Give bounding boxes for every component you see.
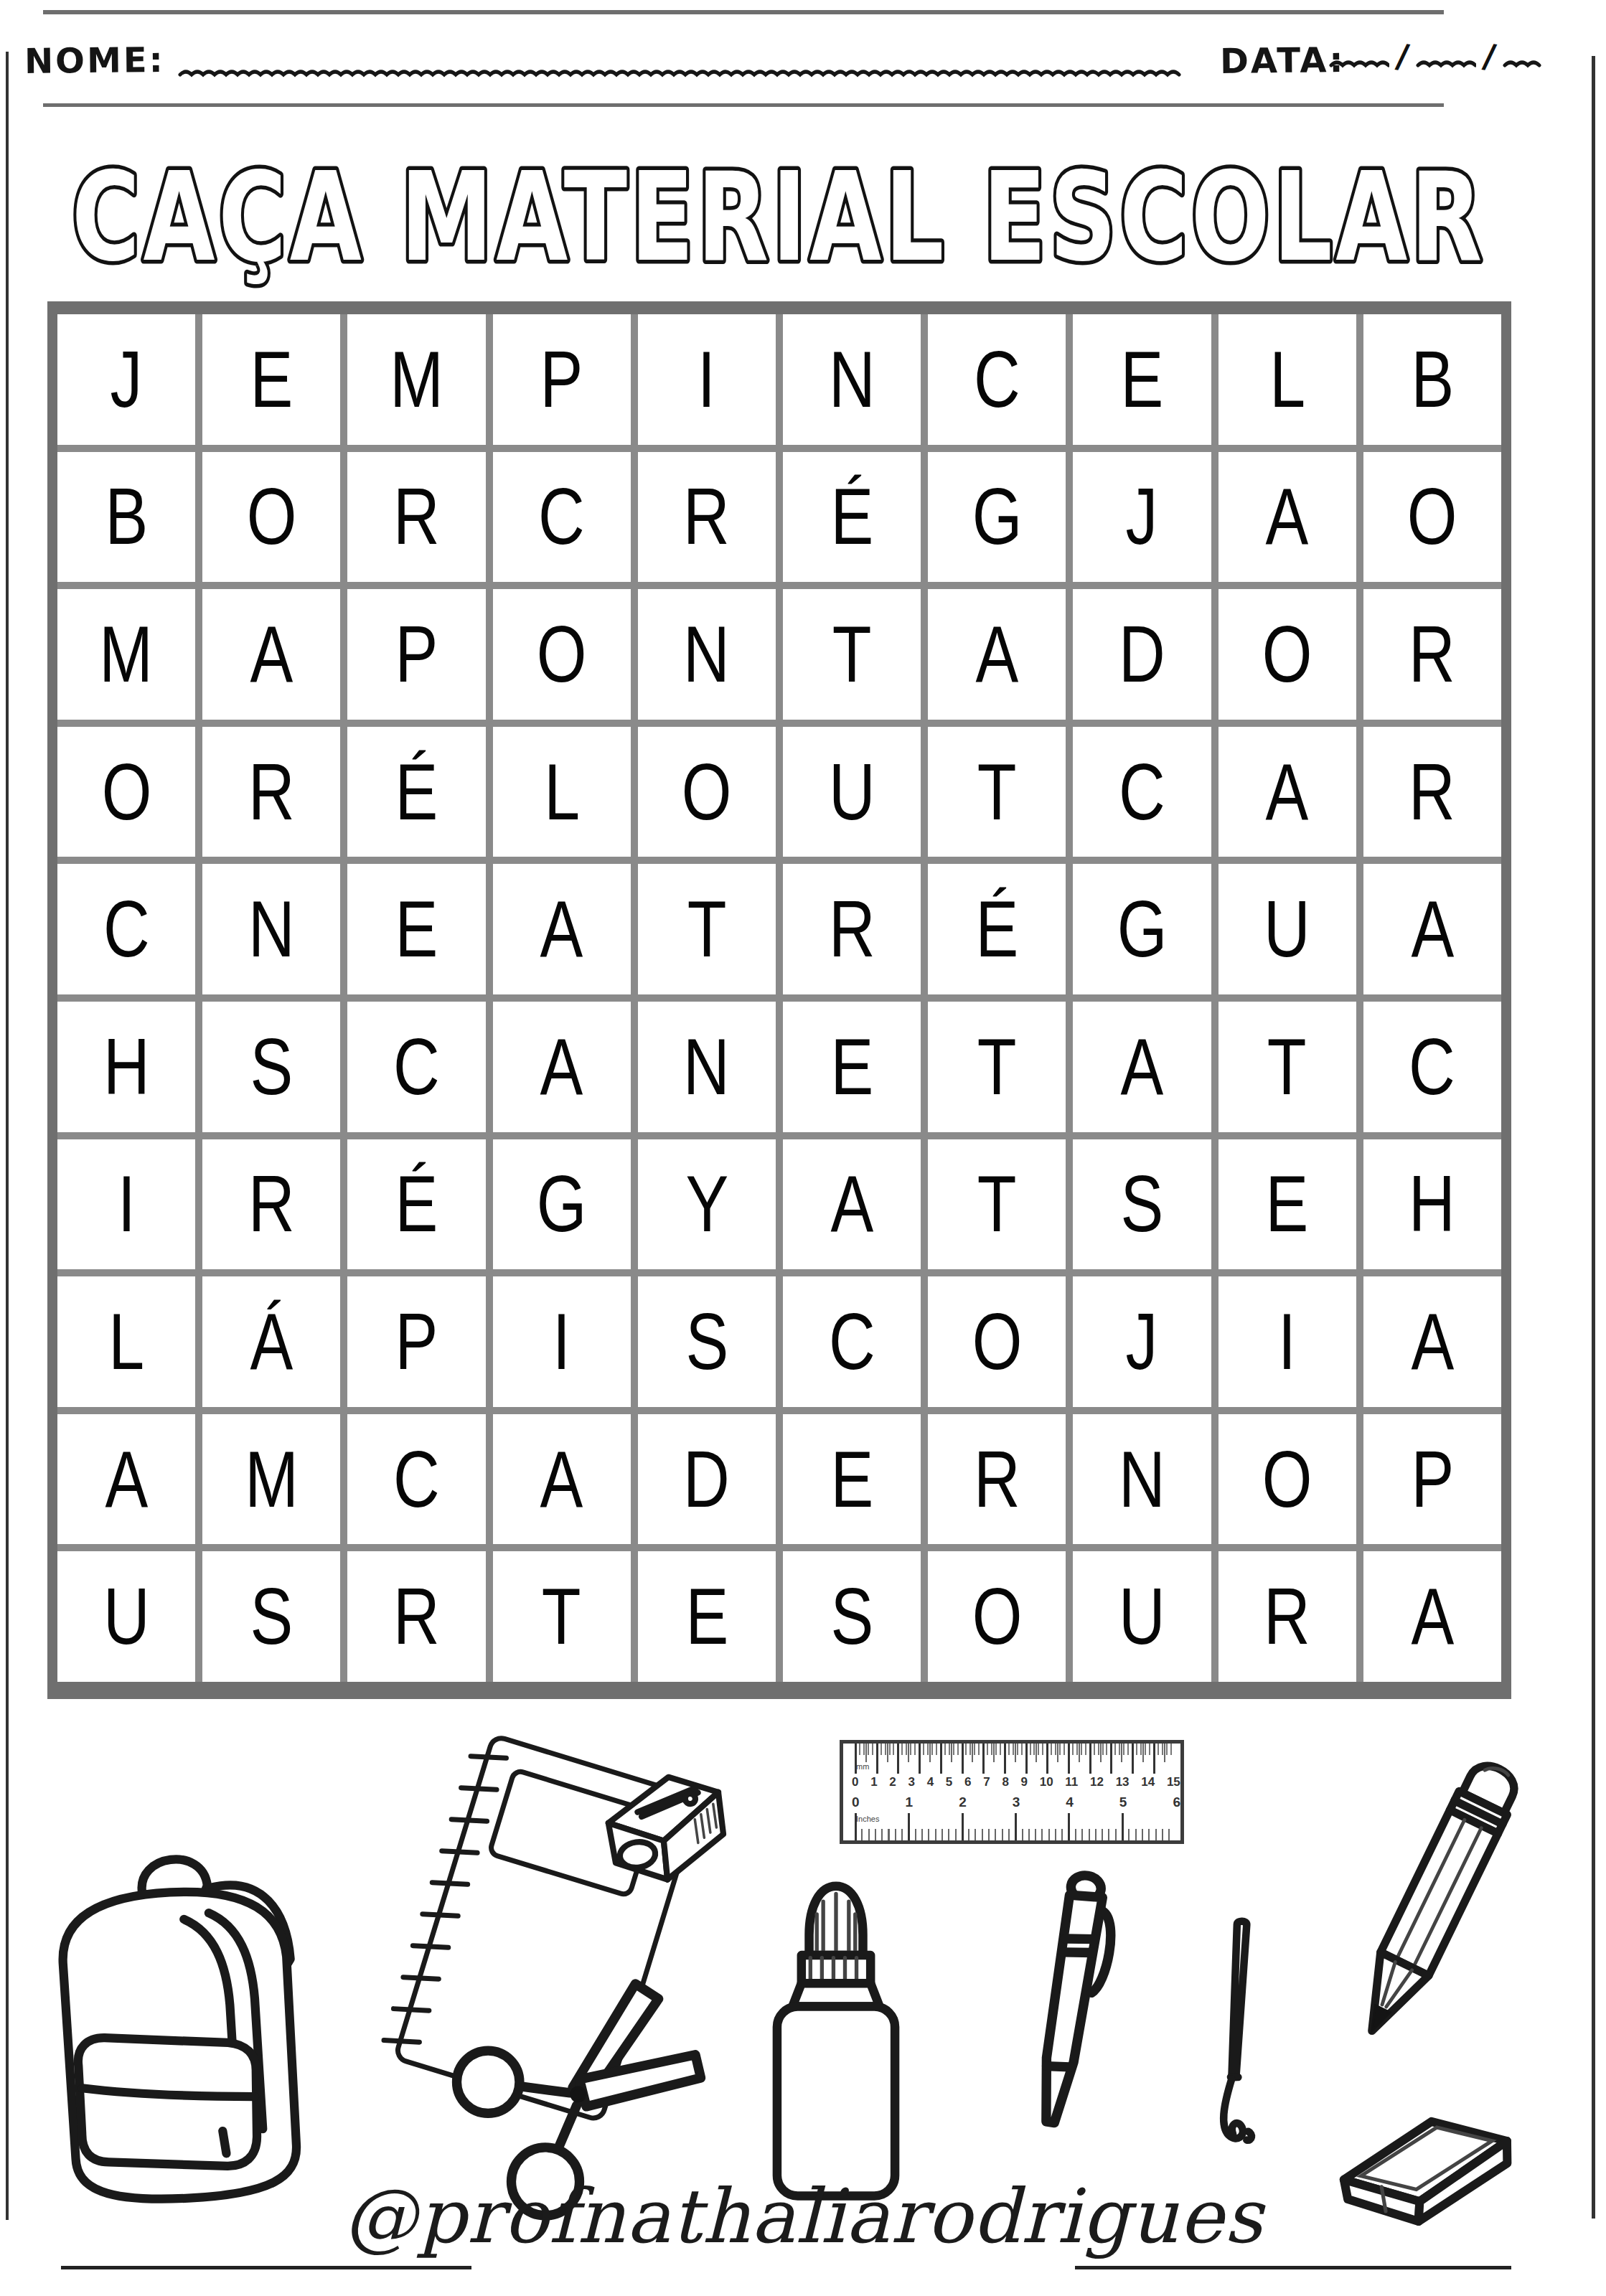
ruler-number: 9	[1021, 1775, 1028, 1789]
grid-letter: A	[540, 1439, 583, 1520]
grid-cell-r5c8[interactable]: G	[1073, 864, 1211, 994]
grid-letter: S	[250, 1027, 293, 1107]
grid-cell-r5c3[interactable]: E	[347, 864, 485, 994]
grid-letter: A	[1266, 752, 1309, 832]
grid-letter: É	[830, 476, 873, 557]
grid-cell-r1c8[interactable]: E	[1073, 314, 1211, 445]
grid-cell-r8c4[interactable]: I	[493, 1276, 631, 1407]
grid-cell-r5c1[interactable]: C	[57, 864, 195, 994]
ruler-number: 2	[959, 1794, 967, 1810]
ruler-number: 3	[908, 1775, 915, 1789]
grid-cell-r9c9[interactable]: O	[1218, 1414, 1356, 1545]
grid-cell-r4c5[interactable]: O	[638, 727, 776, 857]
grid-letter: R	[684, 476, 731, 557]
grid-cell-r1c4[interactable]: P	[493, 314, 631, 445]
grid-cell-r2c10[interactable]: O	[1363, 452, 1501, 583]
grid-letter: L	[108, 1302, 144, 1382]
grid-cell-r3c1[interactable]: M	[57, 589, 195, 720]
grid-letter: C	[393, 1027, 440, 1107]
grid-letter: C	[103, 889, 150, 969]
grid-letter: U	[103, 1576, 150, 1657]
grid-cell-r5c2[interactable]: N	[202, 864, 340, 994]
grid-letter: C	[1119, 752, 1165, 832]
grid-letter: A	[540, 1027, 583, 1107]
grid-letter: S	[1121, 1164, 1164, 1244]
grid-cell-r1c1[interactable]: J	[57, 314, 195, 445]
grid-letter: C	[974, 339, 1020, 420]
glue-bottle-icon	[746, 1878, 926, 2205]
grid-letter: P	[395, 1302, 438, 1382]
date-day-line[interactable]	[1329, 58, 1389, 71]
grid-letter: C	[393, 1439, 440, 1520]
grid-cell-r4c1[interactable]: O	[57, 727, 195, 857]
ruler-cm-numbers: 0123456789101112131415	[852, 1775, 1180, 1789]
grid-cell-r9c8[interactable]: N	[1073, 1414, 1211, 1545]
grid-cell-r1c6[interactable]: N	[783, 314, 921, 445]
ruler-number: 7	[983, 1775, 990, 1789]
sharpener-icon	[594, 1747, 738, 1905]
grid-cell-r9c3[interactable]: C	[347, 1414, 485, 1545]
grid-cell-r6c1[interactable]: H	[57, 1002, 195, 1132]
grid-letter: J	[1126, 476, 1158, 557]
grid-letter: E	[1121, 339, 1164, 420]
grid-cell-r5c5[interactable]: T	[638, 864, 776, 994]
ruler-number: 3	[1013, 1794, 1020, 1810]
grid-letter: P	[395, 614, 438, 695]
grid-cell-r5c9[interactable]: U	[1218, 864, 1356, 994]
grid-letter: U	[1119, 1576, 1165, 1657]
grid-letter: O	[972, 1302, 1022, 1382]
grid-cell-r1c10[interactable]: B	[1363, 314, 1501, 445]
grid-letter: T	[977, 1027, 1017, 1107]
name-label: NOME:	[24, 39, 165, 81]
grid-letter: R	[393, 1576, 440, 1657]
grid-cell-r2c7[interactable]: G	[928, 452, 1066, 583]
date-fields: / /	[1329, 42, 1547, 71]
grid-cell-r6c6[interactable]: E	[783, 1002, 921, 1132]
grid-letter: R	[1409, 614, 1456, 695]
grid-letter: O	[1407, 476, 1457, 557]
grid-letter: O	[1262, 1439, 1312, 1520]
ruler-number: 8	[1002, 1775, 1008, 1789]
grid-cell-r8c1[interactable]: L	[57, 1276, 195, 1407]
grid-cell-r5c6[interactable]: R	[783, 864, 921, 994]
grid-letter: E	[685, 1576, 728, 1657]
grid-letter: A	[830, 1164, 873, 1244]
grid-letter: P	[1411, 1439, 1454, 1520]
date-label: DATA:	[1220, 39, 1346, 81]
left-page-border	[6, 52, 9, 2220]
grid-cell-r4c10[interactable]: R	[1363, 727, 1501, 857]
grid-letter: O	[1262, 614, 1312, 695]
grid-cell-r3c4[interactable]: O	[493, 589, 631, 720]
grid-cell-r3c2[interactable]: A	[202, 589, 340, 720]
grid-cell-r4c9[interactable]: A	[1218, 727, 1356, 857]
ruler-number: 6	[1173, 1794, 1180, 1810]
grid-letter: T	[832, 614, 872, 695]
grid-cell-r7c4[interactable]: G	[493, 1139, 631, 1270]
grid-cell-r1c5[interactable]: I	[638, 314, 776, 445]
ruler-number: 5	[946, 1775, 952, 1789]
grid-cell-r3c9[interactable]: O	[1218, 589, 1356, 720]
grid-cell-r3c10[interactable]: R	[1363, 589, 1501, 720]
grid-letter: A	[1411, 1302, 1454, 1382]
grid-cell-r2c8[interactable]: J	[1073, 452, 1211, 583]
pen-icon	[1005, 1869, 1134, 2170]
grid-cell-r7c10[interactable]: H	[1363, 1139, 1501, 1270]
worksheet-page: NOME: DATA: / / CAÇA MATERIAL ESCOLAR JE…	[0, 0, 1606, 2296]
ruler-number: 0	[852, 1775, 858, 1789]
grid-letter: O	[682, 752, 732, 832]
grid-letter: I	[553, 1302, 570, 1382]
grid-letter: S	[830, 1576, 873, 1657]
footer-line-right	[1075, 2266, 1511, 2269]
grid-cell-r9c10[interactable]: P	[1363, 1414, 1501, 1545]
grid-cell-r5c10[interactable]: A	[1363, 864, 1501, 994]
grid-cell-r4c6[interactable]: U	[783, 727, 921, 857]
grid-cell-r6c4[interactable]: A	[493, 1002, 631, 1132]
grid-cell-r10c2[interactable]: S	[202, 1551, 340, 1682]
grid-cell-r6c10[interactable]: C	[1363, 1002, 1501, 1132]
grid-cell-r7c2[interactable]: R	[202, 1139, 340, 1270]
grid-letter: H	[103, 1027, 150, 1107]
page-title-text: CAÇA MATERIAL ESCOLAR	[72, 145, 1485, 289]
ruler-cm-major-ticks	[855, 1744, 1175, 1774]
ruler-number: 12	[1090, 1775, 1104, 1789]
grid-cell-r3c7[interactable]: A	[928, 589, 1066, 720]
header-rule	[43, 103, 1444, 107]
ruler-number: 0	[852, 1794, 860, 1810]
grid-cell-r9c1[interactable]: A	[57, 1414, 195, 1545]
grid-letter: N	[684, 1027, 731, 1107]
grid-cell-r8c2[interactable]: Á	[202, 1276, 340, 1407]
grid-letter: R	[829, 889, 875, 969]
grid-cell-r7c7[interactable]: T	[928, 1139, 1066, 1270]
ruler-number: 4	[1066, 1794, 1074, 1810]
footer-handle: @profnathaliarodrigues	[0, 2173, 1606, 2260]
grid-cell-r4c4[interactable]: L	[493, 727, 631, 857]
ruler-number: 15	[1167, 1775, 1180, 1789]
grid-letter: A	[105, 1439, 148, 1520]
date-slash: /	[1394, 41, 1410, 72]
grid-cell-r1c2[interactable]: E	[202, 314, 340, 445]
grid-cell-r8c8[interactable]: J	[1073, 1276, 1211, 1407]
grid-cell-r2c9[interactable]: A	[1218, 452, 1356, 583]
grid-letter: R	[1264, 1576, 1310, 1657]
grid-cell-r8c3[interactable]: P	[347, 1276, 485, 1407]
grid-cell-r4c8[interactable]: C	[1073, 727, 1211, 857]
grid-cell-r7c6[interactable]: A	[783, 1139, 921, 1270]
grid-letter: R	[248, 1164, 295, 1244]
grid-cell-r2c2[interactable]: O	[202, 452, 340, 583]
grid-letter: A	[975, 614, 1018, 695]
grid-cell-r8c10[interactable]: A	[1363, 1276, 1501, 1407]
grid-letter: B	[1411, 339, 1454, 420]
date-year-line[interactable]	[1503, 58, 1547, 71]
grid-cell-r8c6[interactable]: C	[783, 1276, 921, 1407]
grid-letter: B	[105, 476, 148, 557]
ruler-number: 6	[964, 1775, 971, 1789]
grid-letter: N	[248, 889, 295, 969]
grid-cell-r3c6[interactable]: T	[783, 589, 921, 720]
grid-letter: A	[540, 889, 583, 969]
grid-cell-r2c1[interactable]: B	[57, 452, 195, 583]
date-slash: /	[1481, 41, 1497, 72]
grid-letter: O	[537, 614, 587, 695]
grid-letter: A	[1121, 1027, 1164, 1107]
grid-letter: N	[1119, 1439, 1165, 1520]
word-search-grid: JEMPINCELBBORCRÉGJAOMAPONTADORORÉLOUTCAR…	[47, 301, 1511, 1699]
grid-cell-r2c4[interactable]: C	[493, 452, 631, 583]
top-rule	[43, 10, 1444, 14]
grid-cell-r8c9[interactable]: I	[1218, 1276, 1356, 1407]
grid-letter: M	[245, 1439, 299, 1520]
grid-letter: É	[395, 752, 438, 832]
ruler-number: 5	[1119, 1794, 1127, 1810]
grid-cell-r6c8[interactable]: A	[1073, 1002, 1211, 1132]
grid-cell-r9c2[interactable]: M	[202, 1414, 340, 1545]
grid-letter: E	[830, 1027, 873, 1107]
grid-cell-r9c7[interactable]: R	[928, 1414, 1066, 1545]
grid-cell-r3c3[interactable]: P	[347, 589, 485, 720]
grid-cell-r6c2[interactable]: S	[202, 1002, 340, 1132]
grid-letter: J	[111, 339, 143, 420]
grid-cell-r7c5[interactable]: Y	[638, 1139, 776, 1270]
grid-cell-r2c6[interactable]: É	[783, 452, 921, 583]
grid-letter: M	[100, 614, 154, 695]
grid-letter: É	[395, 1164, 438, 1244]
grid-letter: N	[684, 614, 731, 695]
grid-letter: C	[829, 1302, 875, 1382]
ruler-number: 10	[1040, 1775, 1053, 1789]
grid-cell-r8c5[interactable]: S	[638, 1276, 776, 1407]
grid-cell-r10c7[interactable]: O	[928, 1551, 1066, 1682]
grid-letter: A	[250, 614, 293, 695]
grid-letter: C	[1409, 1027, 1456, 1107]
grid-letter: N	[829, 339, 875, 420]
grid-letter: D	[684, 1439, 731, 1520]
grid-cell-r4c3[interactable]: É	[347, 727, 485, 857]
grid-letter: U	[1264, 889, 1310, 969]
grid-letter: P	[540, 339, 583, 420]
grid-cell-r9c5[interactable]: D	[638, 1414, 776, 1545]
footer-line-left	[61, 2266, 471, 2269]
grid-cell-r10c3[interactable]: R	[347, 1551, 485, 1682]
grid-letter: A	[1411, 1576, 1454, 1657]
grid-cell-r8c7[interactable]: O	[928, 1276, 1066, 1407]
page-title: CAÇA MATERIAL ESCOLAR	[43, 131, 1514, 296]
grid-cell-r10c6[interactable]: S	[783, 1551, 921, 1682]
grid-letter: G	[537, 1164, 587, 1244]
pencil-icon	[1338, 1740, 1525, 2077]
ruler-number: 1	[906, 1794, 914, 1810]
grid-letter: J	[1126, 1302, 1158, 1382]
grid-letter: R	[974, 1439, 1020, 1520]
grid-cell-r6c7[interactable]: T	[928, 1002, 1066, 1132]
grid-letter: T	[977, 1164, 1017, 1244]
grid-letter: M	[390, 339, 443, 420]
ruler-icon: mm 0123456789101112131415 0123456 Inches	[840, 1740, 1184, 1844]
grid-letter: S	[250, 1576, 293, 1657]
grid-letter: E	[830, 1439, 873, 1520]
grid-cell-r3c5[interactable]: N	[638, 589, 776, 720]
grid-letter: R	[248, 752, 295, 832]
grid-cell-r7c1[interactable]: I	[57, 1139, 195, 1270]
grid-letter: L	[544, 752, 580, 832]
grid-cell-r6c5[interactable]: N	[638, 1002, 776, 1132]
grid-cell-r6c9[interactable]: T	[1218, 1002, 1356, 1132]
grid-letter: C	[538, 476, 585, 557]
grid-cell-r10c9[interactable]: R	[1218, 1551, 1356, 1682]
grid-letter: Y	[685, 1164, 728, 1244]
grid-cell-r9c6[interactable]: E	[783, 1414, 921, 1545]
ruler-inch-numbers: 0123456	[852, 1794, 1180, 1810]
grid-letter: L	[1269, 339, 1305, 420]
grid-cell-r1c3[interactable]: M	[347, 314, 485, 445]
paintbrush-icon	[1204, 1887, 1269, 2181]
name-input-line[interactable]	[178, 67, 1183, 80]
grid-cell-r6c3[interactable]: C	[347, 1002, 485, 1132]
backpack-icon	[29, 1830, 330, 2221]
ruler-number: 2	[889, 1775, 896, 1789]
date-month-line[interactable]	[1416, 58, 1476, 71]
grid-letter: I	[1278, 1302, 1296, 1382]
grid-letter: I	[118, 1164, 136, 1244]
ruler-unit-top: mm	[856, 1762, 869, 1771]
right-page-border	[1592, 56, 1595, 2219]
grid-letter: A	[1411, 889, 1454, 969]
grid-letter: T	[542, 1576, 581, 1657]
grid-cell-r9c4[interactable]: A	[493, 1414, 631, 1545]
grid-letter: A	[1266, 476, 1309, 557]
grid-cell-r3c8[interactable]: D	[1073, 589, 1211, 720]
grid-cell-r4c2[interactable]: R	[202, 727, 340, 857]
grid-letter: O	[246, 476, 296, 557]
grid-cell-r10c4[interactable]: T	[493, 1551, 631, 1682]
ruler-number: 1	[870, 1775, 877, 1789]
grid-cell-r10c8[interactable]: U	[1073, 1551, 1211, 1682]
ruler-number: 13	[1116, 1775, 1130, 1789]
grid-letter: G	[1117, 889, 1168, 969]
grid-letter: E	[1266, 1164, 1309, 1244]
grid-cell-r7c8[interactable]: S	[1073, 1139, 1211, 1270]
grid-letter: U	[829, 752, 875, 832]
grid-cell-r7c9[interactable]: E	[1218, 1139, 1356, 1270]
grid-cell-r2c3[interactable]: R	[347, 452, 485, 583]
grid-letter: Á	[250, 1302, 293, 1382]
grid-cell-r10c10[interactable]: A	[1363, 1551, 1501, 1682]
grid-cell-r5c7[interactable]: É	[928, 864, 1066, 994]
grid-letter: D	[1119, 614, 1165, 695]
grid-cell-r2c5[interactable]: R	[638, 452, 776, 583]
grid-letter: G	[972, 476, 1022, 557]
grid-cell-r10c1[interactable]: U	[57, 1551, 195, 1682]
ruler-number: 14	[1141, 1775, 1155, 1789]
grid-cell-r4c7[interactable]: T	[928, 727, 1066, 857]
ruler-number: 11	[1065, 1775, 1078, 1789]
grid-letter: T	[977, 752, 1017, 832]
grid-letter: O	[972, 1576, 1022, 1657]
ruler-inch-major-ticks	[855, 1813, 1175, 1840]
grid-letter: I	[698, 339, 715, 420]
grid-cell-r10c5[interactable]: E	[638, 1551, 776, 1682]
grid-cell-r5c4[interactable]: A	[493, 864, 631, 994]
grid-cell-r1c7[interactable]: C	[928, 314, 1066, 445]
grid-letter: E	[395, 889, 438, 969]
grid-letter: S	[685, 1302, 728, 1382]
grid-letter: É	[975, 889, 1018, 969]
grid-letter: T	[687, 889, 727, 969]
ruler-number: 4	[927, 1775, 934, 1789]
grid-cell-r7c3[interactable]: É	[347, 1139, 485, 1270]
grid-letter: R	[1409, 752, 1456, 832]
grid-letter: R	[393, 476, 440, 557]
grid-cell-r1c9[interactable]: L	[1218, 314, 1356, 445]
grid-letter: T	[1267, 1027, 1307, 1107]
grid-letter: E	[250, 339, 293, 420]
grid-letter: O	[101, 752, 151, 832]
grid-letter: H	[1409, 1164, 1456, 1244]
